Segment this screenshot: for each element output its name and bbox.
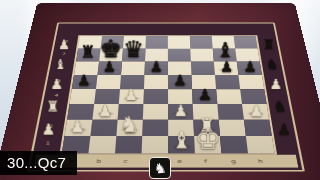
square-c7: ♛ [122,49,145,62]
square-d5 [144,75,168,89]
square-d3 [143,104,168,120]
piece-white-pawn: ♟ [71,119,86,135]
square-h2 [244,120,272,136]
square-g1 [220,136,248,153]
piece-black-pawn: ♟ [198,88,212,103]
piece-black-pawn: ♟ [103,60,116,75]
square-g5 [215,75,240,89]
piece-white-knight: ♞ [120,114,139,136]
square-e8 [168,36,190,48]
captured-piece-white-pawn: ♟ [270,77,283,91]
channel-logo: ♞ [149,157,171,179]
captured-piece-black-knight: ♞ [273,99,286,114]
captured-piece-black-rook: ♜ [263,38,275,51]
chess-board: abcdefgh12345678 ♜♚♛♝♟♟♟♟♟♟♟♟♟♟♟♟♞♜♝♚ ♟♝… [27,23,305,172]
piece-white-pawn: ♟ [98,103,112,119]
square-b6: ♟ [98,62,123,76]
square-b5 [96,75,121,89]
square-f1: ♚ [194,136,221,153]
square-c2: ♞ [117,120,144,136]
piece-black-pawn: ♟ [150,60,163,75]
piece-black-queen: ♛ [124,38,145,61]
square-e1: ♝ [169,136,196,153]
square-d8 [146,36,168,48]
square-d4 [144,89,169,104]
square-d1 [142,136,169,153]
square-f8 [190,36,213,48]
piece-black-pawn: ♟ [78,74,91,89]
square-a7: ♜ [77,49,101,62]
piece-white-pawn: ♟ [125,88,139,103]
square-g6: ♟ [214,62,239,76]
square-g2 [219,120,246,136]
square-d6: ♟ [145,62,168,76]
captured-piece-white-rook: ♜ [46,99,59,114]
piece-black-rook: ♜ [80,44,95,61]
square-b3: ♟ [93,104,119,120]
piece-white-pawn: ♟ [250,103,264,119]
piece-white-king: ♚ [196,124,222,153]
square-f6 [191,62,215,76]
square-h3: ♟ [242,104,269,120]
piece-black-pawn: ♟ [174,74,187,89]
board-playing-area: ♜♚♛♝♟♟♟♟♟♟♟♟♟♟♟♟♞♜♝♚ [60,35,278,155]
square-f4: ♟ [192,89,217,104]
piece-black-pawn: ♟ [244,60,257,75]
piece-white-bishop: ♝ [171,130,192,153]
square-h8 [234,36,258,48]
captured-piece-black-pawn: ♟ [277,122,291,137]
square-g3 [218,104,245,120]
captured-piece-white-pawn: ♟ [42,122,56,137]
move-caption: 30...Qc7 [0,151,77,175]
square-e5: ♟ [168,75,192,89]
square-b1 [89,136,117,153]
square-g4 [216,89,242,104]
knight-icon: ♞ [153,160,167,175]
captured-piece-white-pawn: ♟ [51,77,64,91]
square-a2: ♟ [65,120,93,136]
move-caption-text: 30...Qc7 [7,154,66,171]
piece-white-pawn: ♟ [174,103,188,119]
square-h6: ♟ [237,62,262,76]
square-h1 [246,136,275,153]
square-d2 [143,120,169,136]
square-c4: ♟ [119,89,144,104]
square-e3: ♟ [168,104,193,120]
square-b2 [91,120,118,136]
square-a5: ♟ [72,75,98,89]
piece-black-pawn: ♟ [220,60,233,75]
square-h5 [239,75,265,89]
captured-piece-black-knight: ♞ [266,57,278,71]
square-a4 [70,89,96,104]
square-c6 [121,62,145,76]
square-c1 [115,136,142,153]
square-f7 [191,49,215,62]
square-e7 [168,49,191,62]
video-frame: abcdefgh12345678 ♜♚♛♝♟♟♟♟♟♟♟♟♟♟♟♟♞♜♝♚ ♟♝… [0,0,320,180]
